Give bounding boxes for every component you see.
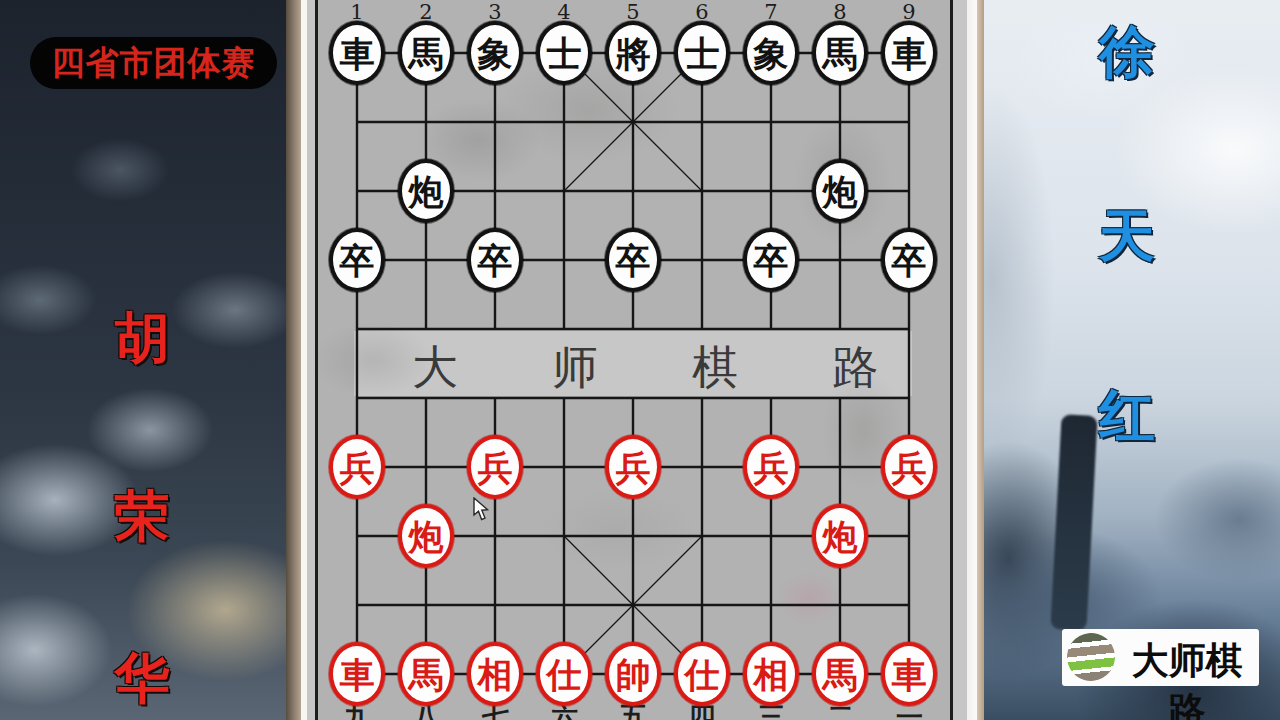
piece-glyph: 象: [754, 36, 789, 71]
xiangqi-piece[interactable]: 車: [329, 21, 385, 85]
xiangqi-piece[interactable]: 車: [881, 21, 937, 85]
xiangqi-piece[interactable]: 炮: [812, 504, 868, 568]
piece-glyph: 馬: [823, 36, 858, 71]
xiangqi-piece[interactable]: 馬: [812, 642, 868, 706]
piece-glyph: 炮: [409, 519, 444, 554]
xiangqi-piece[interactable]: 炮: [398, 159, 454, 223]
xiangqi-piece[interactable]: 象: [743, 21, 799, 85]
event-title: 四省市团体赛: [52, 41, 256, 86]
piece-glyph: 炮: [823, 174, 858, 209]
xiangqi-piece[interactable]: 卒: [881, 228, 937, 292]
xiangqi-piece[interactable]: 卒: [605, 228, 661, 292]
piece-glyph: 相: [478, 657, 513, 692]
piece-glyph: 卒: [892, 243, 927, 278]
xiangqi-piece[interactable]: 兵: [467, 435, 523, 499]
board-window: 123456789 九八七六五四三二一 大师棋路 車馬象士將士象馬車炮炮卒卒卒卒…: [286, 0, 984, 720]
board-margin-left: [307, 0, 315, 720]
xiangqi-piece[interactable]: 車: [881, 642, 937, 706]
xiangqi-piece[interactable]: 卒: [743, 228, 799, 292]
player-name-char: 红: [1098, 386, 1156, 448]
xiangqi-piece[interactable]: 馬: [398, 642, 454, 706]
piece-glyph: 車: [340, 36, 375, 71]
piece-glyph: 士: [685, 36, 720, 71]
right-photo-panel: 徐天红 大师棋路: [984, 0, 1280, 720]
xiangqi-piece[interactable]: 士: [536, 21, 592, 85]
piece-glyph: 馬: [409, 657, 444, 692]
xiangqi-piece[interactable]: 相: [743, 642, 799, 706]
piece-glyph: 車: [892, 36, 927, 71]
piece-glyph: 炮: [823, 519, 858, 554]
piece-glyph: 士: [547, 36, 582, 71]
screenshot-root: 四省市团体赛 胡荣华 123456789 九八七六五四三二一 大师棋路 車馬象士…: [0, 0, 1280, 720]
xiangqi-piece[interactable]: 炮: [398, 504, 454, 568]
xiangqi-piece[interactable]: 仕: [536, 642, 592, 706]
brand-logo: 大师棋路: [1062, 629, 1259, 686]
player-name-char: 胡: [113, 308, 171, 370]
xiangqi-piece[interactable]: 相: [467, 642, 523, 706]
piece-glyph: 帥: [616, 657, 651, 692]
river-char: 师: [549, 337, 601, 389]
xiangqi-piece[interactable]: 兵: [605, 435, 661, 499]
window-frame-left: [286, 0, 301, 720]
river-char: 大: [409, 337, 461, 389]
xiangqi-piece[interactable]: 卒: [467, 228, 523, 292]
xiangqi-piece[interactable]: 兵: [329, 435, 385, 499]
piece-glyph: 相: [754, 657, 789, 692]
xiangqi-piece[interactable]: 兵: [881, 435, 937, 499]
piece-glyph: 炮: [409, 174, 444, 209]
xiangqi-piece[interactable]: 象: [467, 21, 523, 85]
window-frame-right: [977, 0, 984, 720]
player-name-char: 华: [113, 648, 171, 710]
xiangqi-piece[interactable]: 兵: [743, 435, 799, 499]
piece-glyph: 兵: [478, 450, 513, 485]
xiangqi-piece[interactable]: 將: [605, 21, 661, 85]
misty-mountain-photo: [984, 0, 1280, 720]
brand-logo-text: 大师棋路: [1118, 636, 1256, 720]
piece-glyph: 卒: [754, 243, 789, 278]
xiangqi-board[interactable]: 123456789 九八七六五四三二一 大师棋路 車馬象士將士象馬車炮炮卒卒卒卒…: [318, 0, 950, 720]
piece-glyph: 卒: [478, 243, 513, 278]
piece-glyph: 車: [340, 657, 375, 692]
river-char: 路: [829, 337, 881, 389]
piece-glyph: 卒: [340, 243, 375, 278]
xiangqi-piece[interactable]: 卒: [329, 228, 385, 292]
piece-glyph: 象: [478, 36, 513, 71]
player-name-char: 天: [1098, 206, 1156, 268]
xiangqi-piece[interactable]: 帥: [605, 642, 661, 706]
xiangqi-piece[interactable]: 馬: [812, 21, 868, 85]
piece-glyph: 兵: [616, 450, 651, 485]
piece-glyph: 卒: [616, 243, 651, 278]
xiangqi-piece[interactable]: 馬: [398, 21, 454, 85]
player-name-char: 荣: [113, 486, 171, 548]
window-frame-right-highlight: [967, 0, 977, 720]
piece-glyph: 仕: [547, 657, 582, 692]
event-badge: 四省市团体赛: [30, 37, 277, 89]
river-char: 棋: [689, 337, 741, 389]
piece-glyph: 將: [616, 36, 651, 71]
player-name-char: 徐: [1098, 22, 1156, 84]
xiangqi-piece[interactable]: 車: [329, 642, 385, 706]
xiangqi-piece[interactable]: 士: [674, 21, 730, 85]
xiangqi-piece[interactable]: 仕: [674, 642, 730, 706]
piece-glyph: 車: [892, 657, 927, 692]
piece-glyph: 仕: [685, 657, 720, 692]
xiangqi-piece[interactable]: 炮: [812, 159, 868, 223]
mouse-cursor-icon: [473, 497, 493, 523]
striped-globe-icon: [1065, 631, 1118, 684]
piece-glyph: 馬: [823, 657, 858, 692]
piece-glyph: 兵: [340, 450, 375, 485]
piece-glyph: 兵: [892, 450, 927, 485]
board-margin-right: [953, 0, 967, 720]
piece-glyph: 兵: [754, 450, 789, 485]
piece-glyph: 馬: [409, 36, 444, 71]
left-photo-panel: 四省市团体赛 胡荣华: [0, 0, 286, 720]
